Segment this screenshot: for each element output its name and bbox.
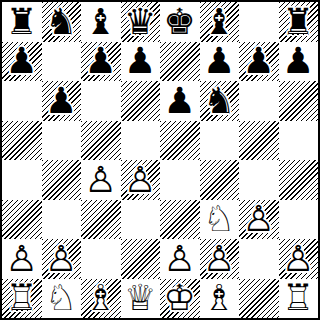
square-d4[interactable]: ♟♙ [121,160,161,200]
black-pawn-glyph: ♟ [239,42,279,82]
square-b8[interactable]: ♞♞ [42,2,82,42]
white-rook-glyph: ♖ [2,279,42,319]
black-knight-glyph: ♞ [200,81,240,121]
black-pawn[interactable]: ♟♟ [279,42,319,82]
square-b5[interactable] [42,121,82,161]
square-b7[interactable] [42,42,82,82]
square-c8[interactable]: ♝♝ [81,2,121,42]
square-c4[interactable]: ♟♙ [81,160,121,200]
square-c3[interactable] [81,200,121,240]
square-g8[interactable] [239,2,279,42]
square-f7[interactable]: ♟♟ [200,42,240,82]
black-bishop[interactable]: ♝♝ [81,2,121,42]
white-pawn-glyph: ♙ [279,239,319,279]
square-f2[interactable]: ♟♙ [200,239,240,279]
white-pawn[interactable]: ♟♙ [2,239,42,279]
white-pawn-glyph: ♙ [200,239,240,279]
square-b6[interactable]: ♟♟ [42,81,82,121]
white-pawn[interactable]: ♟♙ [121,160,161,200]
black-king-glyph: ♚ [160,2,200,42]
black-queen-glyph: ♛ [121,2,161,42]
white-pawn-glyph: ♙ [81,160,121,200]
square-a6[interactable] [2,81,42,121]
black-pawn-glyph: ♟ [81,42,121,82]
white-pawn[interactable]: ♟♙ [160,239,200,279]
square-f6[interactable]: ♞♞ [200,81,240,121]
black-knight-glyph: ♞ [42,2,82,42]
square-g5[interactable] [239,121,279,161]
black-pawn[interactable]: ♟♟ [121,42,161,82]
square-d6[interactable] [121,81,161,121]
square-e6[interactable]: ♟♟ [160,81,200,121]
white-pawn[interactable]: ♟♙ [239,200,279,240]
square-g7[interactable]: ♟♟ [239,42,279,82]
white-bishop-glyph: ♗ [81,279,121,319]
white-pawn-glyph: ♙ [121,160,161,200]
square-c5[interactable] [81,121,121,161]
square-b3[interactable] [42,200,82,240]
square-c7[interactable]: ♟♟ [81,42,121,82]
square-c2[interactable] [81,239,121,279]
white-rook[interactable]: ♜♖ [279,279,319,319]
white-pawn[interactable]: ♟♙ [81,160,121,200]
square-d3[interactable] [121,200,161,240]
square-f3[interactable]: ♞♘ [200,200,240,240]
white-pawn-glyph: ♙ [160,239,200,279]
black-pawn-glyph: ♟ [279,42,319,82]
square-h5[interactable] [279,121,319,161]
square-h1[interactable]: ♜♖ [279,279,319,319]
square-a2[interactable]: ♟♙ [2,239,42,279]
black-bishop-glyph: ♝ [200,2,240,42]
white-pawn[interactable]: ♟♙ [200,239,240,279]
square-e8[interactable]: ♚♚ [160,2,200,42]
square-b1[interactable]: ♞♘ [42,279,82,319]
black-queen[interactable]: ♛♛ [121,2,161,42]
square-f8[interactable]: ♝♝ [200,2,240,42]
white-queen[interactable]: ♛♕ [121,279,161,319]
square-f4[interactable] [200,160,240,200]
black-pawn-glyph: ♟ [2,42,42,82]
white-knight[interactable]: ♞♘ [42,279,82,319]
square-f1[interactable]: ♝♗ [200,279,240,319]
square-e2[interactable]: ♟♙ [160,239,200,279]
black-pawn-glyph: ♟ [121,42,161,82]
white-knight-glyph: ♘ [42,279,82,319]
white-rook[interactable]: ♜♖ [2,279,42,319]
black-knight[interactable]: ♞♞ [200,81,240,121]
white-queen-glyph: ♕ [121,279,161,319]
white-pawn-glyph: ♙ [42,239,82,279]
square-d5[interactable] [121,121,161,161]
black-pawn[interactable]: ♟♟ [2,42,42,82]
black-pawn-glyph: ♟ [160,81,200,121]
square-a5[interactable] [2,121,42,161]
white-rook-glyph: ♖ [279,279,319,319]
white-bishop-glyph: ♗ [200,279,240,319]
white-pawn-glyph: ♙ [2,239,42,279]
white-pawn[interactable]: ♟♙ [279,239,319,279]
white-king-glyph: ♔ [160,279,200,319]
white-pawn-glyph: ♙ [239,200,279,240]
square-d7[interactable]: ♟♟ [121,42,161,82]
square-h6[interactable] [279,81,319,121]
black-pawn-glyph: ♟ [200,42,240,82]
square-c6[interactable] [81,81,121,121]
white-bishop[interactable]: ♝♗ [81,279,121,319]
white-knight-glyph: ♘ [200,200,240,240]
square-h7[interactable]: ♟♟ [279,42,319,82]
black-king[interactable]: ♚♚ [160,2,200,42]
square-g6[interactable] [239,81,279,121]
white-king[interactable]: ♚♔ [160,279,200,319]
square-b2[interactable]: ♟♙ [42,239,82,279]
square-h3[interactable] [279,200,319,240]
white-knight[interactable]: ♞♘ [200,200,240,240]
black-rook[interactable]: ♜♜ [279,2,319,42]
black-knight[interactable]: ♞♞ [42,2,82,42]
square-h4[interactable] [279,160,319,200]
square-b4[interactable] [42,160,82,200]
black-pawn[interactable]: ♟♟ [200,42,240,82]
black-rook[interactable]: ♜♜ [2,2,42,42]
black-bishop-glyph: ♝ [81,2,121,42]
square-a8[interactable]: ♜♜ [2,2,42,42]
square-e1[interactable]: ♚♔ [160,279,200,319]
square-d1[interactable]: ♛♕ [121,279,161,319]
black-pawn[interactable]: ♟♟ [81,42,121,82]
black-pawn[interactable]: ♟♟ [160,81,200,121]
white-pawn[interactable]: ♟♙ [42,239,82,279]
black-pawn[interactable]: ♟♟ [42,81,82,121]
square-e5[interactable] [160,121,200,161]
square-d2[interactable] [121,239,161,279]
black-bishop[interactable]: ♝♝ [200,2,240,42]
chess-board: ♜♜♞♞♝♝♛♛♚♚♝♝♜♜♟♟♟♟♟♟♟♟♟♟♟♟♟♟♟♟♞♞♟♙♟♙♞♘♟♙… [0,0,320,320]
square-g4[interactable] [239,160,279,200]
black-pawn-glyph: ♟ [42,81,82,121]
square-c1[interactable]: ♝♗ [81,279,121,319]
square-f5[interactable] [200,121,240,161]
square-a7[interactable]: ♟♟ [2,42,42,82]
square-h2[interactable]: ♟♙ [279,239,319,279]
square-g2[interactable] [239,239,279,279]
square-e7[interactable] [160,42,200,82]
white-bishop[interactable]: ♝♗ [200,279,240,319]
square-g3[interactable]: ♟♙ [239,200,279,240]
square-g1[interactable] [239,279,279,319]
square-h8[interactable]: ♜♜ [279,2,319,42]
square-e4[interactable] [160,160,200,200]
black-pawn[interactable]: ♟♟ [239,42,279,82]
square-a4[interactable] [2,160,42,200]
square-e3[interactable] [160,200,200,240]
black-rook-glyph: ♜ [279,2,319,42]
square-a1[interactable]: ♜♖ [2,279,42,319]
square-d8[interactable]: ♛♛ [121,2,161,42]
black-rook-glyph: ♜ [2,2,42,42]
square-a3[interactable] [2,200,42,240]
